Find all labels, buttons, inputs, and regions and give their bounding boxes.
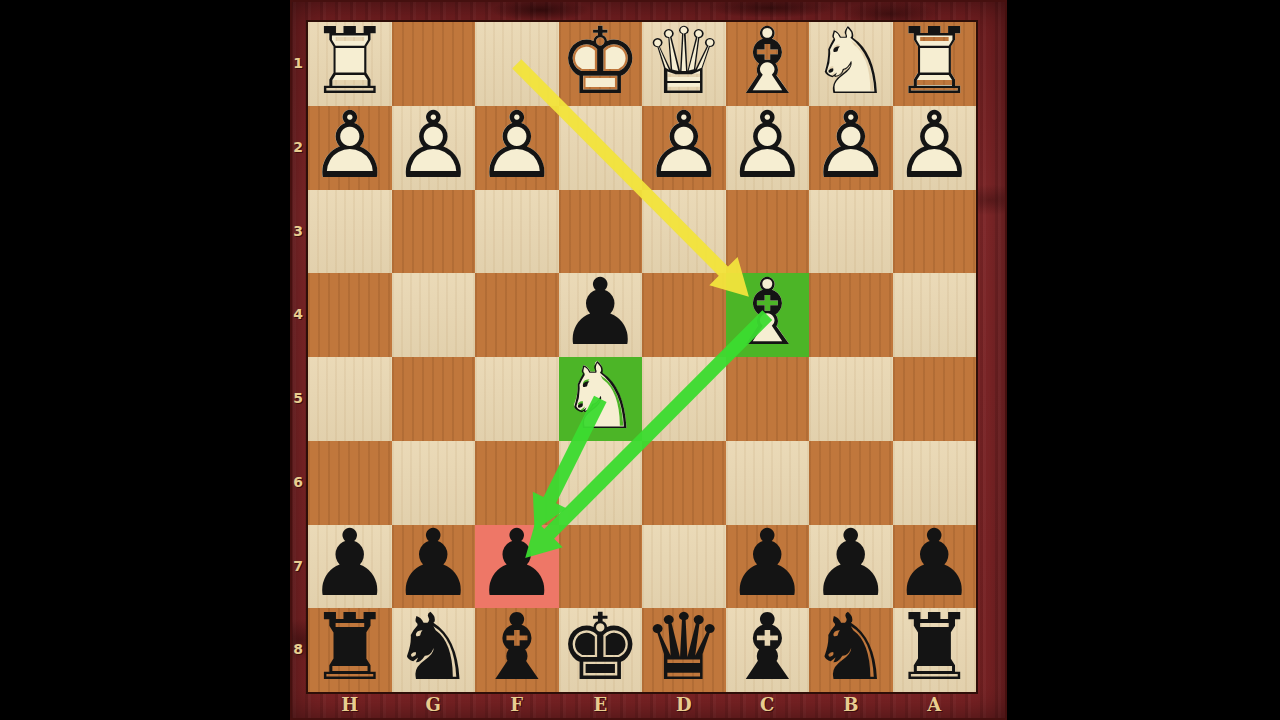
piece-black-queen: ♛ <box>642 608 726 692</box>
square-f5[interactable] <box>475 357 559 441</box>
square-b3[interactable] <box>809 190 893 274</box>
square-g5[interactable] <box>392 357 476 441</box>
square-d2[interactable]: ♟♙ <box>642 106 726 190</box>
square-b2[interactable]: ♟♙ <box>809 106 893 190</box>
piece-white-pawn: ♟♙ <box>475 106 559 190</box>
file-label-e: E <box>559 694 643 718</box>
piece-white-pawn: ♟♙ <box>809 106 893 190</box>
file-label-f: F <box>475 694 559 718</box>
square-a8[interactable]: ♜ <box>893 608 977 692</box>
piece-white-pawn: ♟♙ <box>642 106 726 190</box>
piece-black-rook: ♜ <box>893 608 977 692</box>
rank-label-6: 6 <box>290 441 306 525</box>
square-a3[interactable] <box>893 190 977 274</box>
square-d4[interactable] <box>642 273 726 357</box>
piece-black-rook: ♜ <box>308 608 392 692</box>
square-g8[interactable]: ♞ <box>392 608 476 692</box>
piece-black-bishop: ♝ <box>475 608 559 692</box>
square-e1[interactable]: ♚♔ <box>559 22 643 106</box>
chessboard: ♜♖♚♔♛♕♝♗♞♘♜♖♟♙♟♙♟♙♟♙♟♙♟♙♟♙♟♝♗♞♘♟♟♟♟♟♟♜♞♝… <box>306 20 978 694</box>
square-d3[interactable] <box>642 190 726 274</box>
rank-label-8: 8 <box>290 608 306 692</box>
file-label-b: B <box>809 694 893 718</box>
file-label-h: H <box>308 694 392 718</box>
file-label-a: A <box>893 694 977 718</box>
rank-label-1: 1 <box>290 22 306 106</box>
video-frame: ♜♖♚♔♛♕♝♗♞♘♜♖♟♙♟♙♟♙♟♙♟♙♟♙♟♙♟♝♗♞♘♟♟♟♟♟♟♜♞♝… <box>0 0 1280 720</box>
piece-black-knight: ♞ <box>809 608 893 692</box>
piece-white-pawn: ♟♙ <box>308 106 392 190</box>
rank-label-3: 3 <box>290 190 306 274</box>
piece-black-king: ♚ <box>559 608 643 692</box>
square-d5[interactable] <box>642 357 726 441</box>
square-b8[interactable]: ♞ <box>809 608 893 692</box>
square-f4[interactable] <box>475 273 559 357</box>
rank-label-5: 5 <box>290 357 306 441</box>
rank-label-2: 2 <box>290 106 306 190</box>
square-d6[interactable] <box>642 441 726 525</box>
piece-white-knight: ♞♘ <box>559 357 643 441</box>
rank-label-7: 7 <box>290 525 306 609</box>
square-c2[interactable]: ♟♙ <box>726 106 810 190</box>
piece-white-pawn: ♟♙ <box>392 106 476 190</box>
rank-label-4: 4 <box>290 273 306 357</box>
square-b4[interactable] <box>809 273 893 357</box>
square-h8[interactable]: ♜ <box>308 608 392 692</box>
piece-white-pawn: ♟♙ <box>893 106 977 190</box>
square-a2[interactable]: ♟♙ <box>893 106 977 190</box>
square-e5[interactable]: ♞♘ <box>559 357 643 441</box>
piece-black-knight: ♞ <box>392 608 476 692</box>
square-f2[interactable]: ♟♙ <box>475 106 559 190</box>
square-b5[interactable] <box>809 357 893 441</box>
square-f3[interactable] <box>475 190 559 274</box>
file-label-c: C <box>726 694 810 718</box>
square-h2[interactable]: ♟♙ <box>308 106 392 190</box>
square-h5[interactable] <box>308 357 392 441</box>
square-g2[interactable]: ♟♙ <box>392 106 476 190</box>
square-c5[interactable] <box>726 357 810 441</box>
square-d8[interactable]: ♛ <box>642 608 726 692</box>
piece-black-bishop: ♝ <box>726 608 810 692</box>
piece-white-bishop: ♝♗ <box>726 273 810 357</box>
chessboard-frame: ♜♖♚♔♛♕♝♗♞♘♜♖♟♙♟♙♟♙♟♙♟♙♟♙♟♙♟♝♗♞♘♟♟♟♟♟♟♜♞♝… <box>290 0 1007 720</box>
square-a5[interactable] <box>893 357 977 441</box>
piece-white-king: ♚♔ <box>559 22 643 106</box>
file-label-d: D <box>642 694 726 718</box>
square-e2[interactable] <box>559 106 643 190</box>
square-a4[interactable] <box>893 273 977 357</box>
file-label-g: G <box>392 694 476 718</box>
square-f8[interactable]: ♝ <box>475 608 559 692</box>
square-e8[interactable]: ♚ <box>559 608 643 692</box>
square-h3[interactable] <box>308 190 392 274</box>
square-g3[interactable] <box>392 190 476 274</box>
piece-white-pawn: ♟♙ <box>726 106 810 190</box>
square-c8[interactable]: ♝ <box>726 608 810 692</box>
square-g4[interactable] <box>392 273 476 357</box>
board-grid: ♜♖♚♔♛♕♝♗♞♘♜♖♟♙♟♙♟♙♟♙♟♙♟♙♟♙♟♝♗♞♘♟♟♟♟♟♟♜♞♝… <box>308 22 976 692</box>
square-h4[interactable] <box>308 273 392 357</box>
square-e6[interactable] <box>559 441 643 525</box>
square-c4[interactable]: ♝♗ <box>726 273 810 357</box>
